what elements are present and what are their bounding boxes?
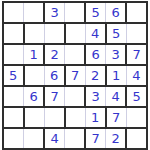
cell-r5c3-given: 7 <box>44 86 65 107</box>
cell-r4c6-given: 1 <box>106 65 127 86</box>
cell-r1c3-given: 3 <box>44 2 65 23</box>
cell-r6c4-empty[interactable] <box>65 107 86 128</box>
cell-r6c6-given: 7 <box>106 107 127 128</box>
cell-r6c3-empty[interactable] <box>44 107 65 128</box>
cell-r6c1-empty[interactable] <box>3 107 24 128</box>
cell-r7c3-given: 4 <box>44 128 65 149</box>
cell-r7c5-given: 7 <box>85 128 106 149</box>
cell-r7c7-empty[interactable] <box>126 128 147 149</box>
cell-r7c1-empty[interactable] <box>3 128 24 149</box>
cell-r3c6-given: 3 <box>106 44 127 65</box>
cell-r1c7-empty[interactable] <box>126 2 147 23</box>
cell-r5c1-empty[interactable] <box>3 86 24 107</box>
cell-r5c6-given: 4 <box>106 86 127 107</box>
board-row-1: 356 <box>3 2 148 23</box>
cell-r1c2-empty[interactable] <box>24 2 45 23</box>
cell-r5c2-given: 6 <box>24 86 45 107</box>
cell-r2c7-empty[interactable] <box>126 23 147 44</box>
cell-r3c5-given: 6 <box>85 44 106 65</box>
cell-r4c3-given: 6 <box>44 65 65 86</box>
cell-r5c5-given: 3 <box>85 86 106 107</box>
cell-r7c6-given: 2 <box>106 128 127 149</box>
puzzle-area: 35645126375672146734517472 <box>0 0 150 150</box>
cell-r3c1-empty[interactable] <box>3 44 24 65</box>
cell-r6c2-empty[interactable] <box>24 107 45 128</box>
board-row-7: 472 <box>3 128 148 149</box>
board-row-4: 567214 <box>3 65 148 86</box>
cell-r1c5-given: 5 <box>85 2 106 23</box>
board-row-6: 17 <box>3 107 148 128</box>
cell-r7c4-empty[interactable] <box>65 128 86 149</box>
cell-r1c6-given: 6 <box>106 2 127 23</box>
cell-r7c2-empty[interactable] <box>24 128 45 149</box>
cell-r4c4-given: 7 <box>65 65 86 86</box>
cell-r2c1-empty[interactable] <box>3 23 24 44</box>
board-grid: 35645126375672146734517472 <box>3 2 148 149</box>
cell-r2c5-given: 4 <box>85 23 106 44</box>
cell-r3c2-given: 1 <box>24 44 45 65</box>
cell-r2c3-empty[interactable] <box>44 23 65 44</box>
cell-r5c7-given: 5 <box>126 86 147 107</box>
cell-r3c7-given: 7 <box>126 44 147 65</box>
cell-r1c1-empty[interactable] <box>3 2 24 23</box>
cell-r4c1-given: 5 <box>3 65 24 86</box>
cell-r3c4-empty[interactable] <box>65 44 86 65</box>
cell-r2c2-empty[interactable] <box>24 23 45 44</box>
cell-r6c7-empty[interactable] <box>126 107 147 128</box>
board-row-3: 12637 <box>3 44 148 65</box>
cell-r6c5-given: 1 <box>85 107 106 128</box>
board-row-2: 45 <box>3 23 148 44</box>
cell-r4c2-empty[interactable] <box>24 65 45 86</box>
cell-r1c4-empty[interactable] <box>65 2 86 23</box>
cell-r5c4-empty[interactable] <box>65 86 86 107</box>
cell-r3c3-given: 2 <box>44 44 65 65</box>
cell-r4c7-given: 4 <box>126 65 147 86</box>
cell-r4c5-given: 2 <box>85 65 106 86</box>
cell-r2c6-given: 5 <box>106 23 127 44</box>
board-row-5: 67345 <box>3 86 148 107</box>
sudoku-board: 35645126375672146734517472 <box>2 1 149 150</box>
cell-r2c4-empty[interactable] <box>65 23 86 44</box>
